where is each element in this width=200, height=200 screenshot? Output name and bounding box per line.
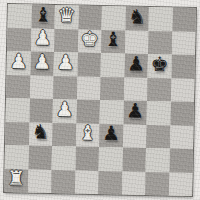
piece-white-pawn[interactable]: ♟ bbox=[33, 28, 51, 48]
piece-white-king[interactable]: ♚ bbox=[80, 29, 98, 49]
square-e6[interactable] bbox=[100, 53, 124, 77]
square-f2[interactable] bbox=[122, 147, 146, 171]
square-g6[interactable]: ♚ bbox=[147, 54, 171, 78]
piece-white-pawn[interactable]: ♟ bbox=[33, 51, 51, 71]
piece-white-bishop[interactable]: ♝ bbox=[78, 123, 96, 143]
square-c3[interactable] bbox=[52, 123, 76, 147]
square-b5[interactable] bbox=[30, 75, 54, 99]
piece-black-pawn[interactable]: ♟ bbox=[126, 100, 144, 120]
piece-black-pawn[interactable]: ♟ bbox=[127, 53, 145, 73]
photo-background: ♝♛♞♟♚♝♟♟♟♟♚♟♟♞♝♟♜ bbox=[0, 0, 200, 200]
square-g4[interactable] bbox=[146, 101, 170, 125]
piece-black-knight[interactable]: ♞ bbox=[31, 122, 49, 142]
square-a4[interactable] bbox=[6, 98, 30, 122]
chessboard-frame: ♝♛♞♟♚♝♟♟♟♟♚♟♟♞♝♟♜ bbox=[4, 4, 196, 196]
square-b2[interactable] bbox=[28, 146, 52, 170]
square-c4[interactable]: ♟ bbox=[53, 99, 77, 123]
square-h3[interactable] bbox=[170, 125, 194, 149]
square-f8[interactable]: ♞ bbox=[125, 7, 149, 31]
square-b1[interactable] bbox=[28, 169, 52, 193]
square-f4[interactable]: ♟ bbox=[123, 100, 147, 124]
square-d2[interactable] bbox=[75, 146, 99, 170]
square-b6[interactable]: ♟ bbox=[30, 52, 54, 76]
square-a5[interactable] bbox=[6, 75, 30, 99]
square-h5[interactable] bbox=[170, 78, 194, 102]
piece-black-bishop[interactable]: ♝ bbox=[104, 29, 122, 49]
square-g1[interactable] bbox=[145, 171, 169, 195]
square-e7[interactable]: ♝ bbox=[101, 30, 125, 54]
square-a1[interactable]: ♜ bbox=[4, 169, 28, 193]
square-g5[interactable] bbox=[147, 77, 171, 101]
square-c8[interactable]: ♛ bbox=[54, 5, 78, 29]
square-c2[interactable] bbox=[52, 146, 76, 170]
square-d7[interactable]: ♚ bbox=[77, 29, 101, 53]
square-e2[interactable] bbox=[99, 147, 123, 171]
square-f1[interactable] bbox=[122, 171, 146, 195]
square-h4[interactable] bbox=[170, 101, 194, 125]
piece-white-pawn[interactable]: ♟ bbox=[55, 99, 73, 119]
piece-white-pawn[interactable]: ♟ bbox=[9, 51, 27, 71]
piece-black-bishop[interactable]: ♝ bbox=[34, 4, 52, 24]
square-h2[interactable] bbox=[169, 148, 193, 172]
square-g2[interactable] bbox=[146, 148, 170, 172]
square-h8[interactable] bbox=[172, 7, 196, 31]
square-c1[interactable] bbox=[51, 170, 75, 194]
square-e1[interactable] bbox=[98, 170, 122, 194]
square-f3[interactable] bbox=[123, 124, 147, 148]
square-f6[interactable]: ♟ bbox=[124, 54, 148, 78]
square-h6[interactable] bbox=[171, 54, 195, 78]
square-d5[interactable] bbox=[77, 76, 101, 100]
piece-white-queen[interactable]: ♛ bbox=[57, 5, 75, 25]
square-h7[interactable] bbox=[171, 31, 195, 55]
square-a6[interactable]: ♟ bbox=[7, 51, 31, 75]
piece-black-pawn[interactable]: ♟ bbox=[102, 123, 120, 143]
chessboard: ♝♛♞♟♚♝♟♟♟♟♚♟♟♞♝♟♜ bbox=[4, 4, 196, 196]
square-d1[interactable] bbox=[75, 170, 99, 194]
square-d6[interactable] bbox=[77, 53, 101, 77]
square-a8[interactable] bbox=[7, 4, 31, 28]
square-c6[interactable]: ♟ bbox=[54, 52, 78, 76]
square-g8[interactable] bbox=[148, 7, 172, 31]
square-b3[interactable]: ♞ bbox=[29, 122, 53, 146]
square-a3[interactable] bbox=[5, 122, 29, 146]
piece-white-pawn[interactable]: ♟ bbox=[56, 52, 74, 72]
square-g3[interactable] bbox=[146, 124, 170, 148]
square-d3[interactable]: ♝ bbox=[76, 123, 100, 147]
piece-black-king[interactable]: ♚ bbox=[150, 54, 168, 74]
piece-white-rook[interactable]: ♜ bbox=[7, 168, 25, 188]
square-e5[interactable] bbox=[100, 77, 124, 101]
square-e3[interactable]: ♟ bbox=[99, 123, 123, 147]
piece-black-knight[interactable]: ♞ bbox=[128, 6, 146, 26]
square-h1[interactable] bbox=[169, 172, 193, 196]
